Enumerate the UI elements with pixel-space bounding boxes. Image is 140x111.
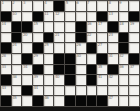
black-cell (54, 1, 64, 11)
clue-number: 20 (23, 33, 27, 37)
white-cell[interactable]: 8 (108, 1, 118, 11)
white-cell[interactable]: 27 (97, 43, 107, 53)
white-cell[interactable]: 24 (12, 43, 22, 53)
black-cell (1, 43, 11, 53)
black-cell (1, 12, 11, 22)
black-cell (119, 33, 129, 43)
clue-number: 30 (76, 54, 80, 58)
white-cell[interactable] (108, 43, 118, 53)
white-cell[interactable]: 22 (87, 33, 97, 43)
white-cell[interactable]: 9 (119, 1, 129, 11)
black-cell (97, 54, 107, 64)
white-cell[interactable] (22, 43, 32, 53)
white-cell[interactable]: 15 (33, 22, 43, 32)
white-cell[interactable] (33, 33, 43, 43)
clue-number: 5 (66, 1, 68, 5)
white-cell[interactable]: 26 (76, 43, 86, 53)
black-cell (129, 54, 139, 64)
white-cell[interactable]: 20 (22, 33, 32, 43)
white-cell[interactable]: 43 (1, 86, 11, 96)
black-cell (1, 96, 11, 106)
white-cell[interactable]: 37 (129, 65, 139, 75)
white-cell[interactable]: 11 (44, 12, 54, 22)
white-cell[interactable]: 31 (108, 54, 118, 64)
white-cell[interactable]: 7 (87, 1, 97, 11)
white-cell[interactable]: 6 (76, 1, 86, 11)
white-cell[interactable]: 23 (108, 33, 118, 43)
clue-number: 19 (130, 22, 134, 26)
white-cell[interactable] (97, 1, 107, 11)
black-cell (22, 54, 32, 64)
black-cell (65, 75, 75, 85)
clue-number: 29 (34, 54, 38, 58)
white-cell[interactable] (54, 96, 64, 106)
white-cell[interactable] (12, 86, 22, 96)
clue-number: 34 (23, 65, 27, 69)
clue-number: 24 (12, 43, 16, 47)
clue-number: 2 (12, 1, 14, 5)
white-cell[interactable]: 19 (129, 22, 139, 32)
clue-number: 26 (76, 43, 80, 47)
white-cell[interactable]: 4 (44, 1, 54, 11)
crossword-screenshot: 1234567891011121314151617181920212223242… (0, 0, 140, 111)
white-cell[interactable] (97, 33, 107, 43)
white-cell[interactable]: 32 (119, 54, 129, 64)
black-cell (108, 65, 118, 75)
white-cell[interactable] (129, 86, 139, 96)
white-cell[interactable]: 47 (108, 96, 118, 106)
white-cell[interactable]: 44 (33, 86, 43, 96)
clue-number: 22 (87, 33, 91, 37)
white-cell[interactable]: 41 (97, 75, 107, 85)
clue-number: 28 (2, 54, 6, 58)
white-cell[interactable]: 40 (54, 75, 64, 85)
clue-number: 39 (34, 75, 38, 79)
white-cell[interactable] (129, 96, 139, 106)
black-cell (54, 54, 64, 64)
black-cell (65, 65, 75, 75)
black-cell (97, 96, 107, 106)
white-cell[interactable] (129, 43, 139, 53)
clue-number: 31 (108, 54, 112, 58)
white-cell[interactable] (119, 75, 129, 85)
white-cell[interactable] (33, 1, 43, 11)
black-cell (33, 12, 43, 22)
clue-number: 43 (2, 86, 6, 90)
clue-number: 3 (23, 1, 25, 5)
white-cell[interactable]: 17 (97, 22, 107, 32)
clue-number: 35 (98, 65, 102, 69)
white-cell[interactable] (87, 54, 97, 64)
white-cell[interactable]: 18 (119, 22, 129, 32)
white-cell[interactable]: 10 (12, 12, 22, 22)
white-cell[interactable]: 45 (12, 96, 22, 106)
clue-number: 41 (98, 75, 102, 79)
white-cell[interactable] (65, 12, 75, 22)
black-cell (108, 22, 118, 32)
white-cell[interactable] (44, 22, 54, 32)
black-cell (87, 96, 97, 106)
white-cell[interactable]: 46 (44, 96, 54, 106)
white-cell[interactable] (129, 33, 139, 43)
clue-number: 8 (108, 1, 110, 5)
clue-number: 14 (2, 22, 6, 26)
white-cell[interactable]: 2 (12, 1, 22, 11)
white-cell[interactable]: 28 (1, 54, 11, 64)
black-cell (87, 75, 97, 85)
clue-number: 4 (44, 1, 46, 5)
clue-number: 15 (34, 22, 38, 26)
white-cell[interactable] (65, 33, 75, 43)
black-cell (22, 22, 32, 32)
white-cell[interactable] (97, 86, 107, 96)
white-cell[interactable]: 25 (44, 43, 54, 53)
clue-number: 40 (55, 75, 59, 79)
clue-number: 12 (55, 12, 59, 16)
black-cell (76, 33, 86, 43)
clue-number: 45 (12, 96, 16, 100)
white-cell[interactable]: 29 (33, 54, 43, 64)
white-cell[interactable]: 36 (119, 65, 129, 75)
black-cell (44, 33, 54, 43)
white-cell[interactable] (65, 86, 75, 96)
white-cell[interactable] (44, 54, 54, 64)
black-cell (54, 65, 64, 75)
crossword-grid: 1234567891011121314151617181920212223242… (0, 0, 140, 107)
clue-number: 27 (98, 43, 102, 47)
white-cell[interactable] (54, 86, 64, 96)
black-cell (119, 43, 129, 53)
white-cell[interactable]: 21 (54, 33, 64, 43)
clue-number: 25 (44, 43, 48, 47)
black-cell (87, 65, 97, 75)
white-cell[interactable] (87, 86, 97, 96)
black-cell (87, 43, 97, 53)
white-cell[interactable]: 13 (108, 12, 118, 22)
black-cell (22, 86, 32, 96)
black-cell (97, 12, 107, 22)
white-cell[interactable] (76, 86, 86, 96)
white-cell[interactable]: 14 (1, 22, 11, 32)
black-cell (33, 43, 43, 53)
white-cell[interactable]: 39 (33, 75, 43, 85)
white-cell[interactable]: 12 (54, 12, 64, 22)
clue-number: 32 (119, 54, 123, 58)
white-cell[interactable]: 38 (12, 75, 22, 85)
white-cell[interactable] (54, 22, 64, 32)
clue-number: 7 (87, 1, 89, 5)
white-cell[interactable] (12, 65, 22, 75)
clue-number: 33 (2, 65, 6, 69)
white-cell[interactable]: 1 (1, 1, 11, 11)
white-cell[interactable] (119, 96, 129, 106)
white-cell[interactable]: 5 (65, 1, 75, 11)
white-cell[interactable] (129, 75, 139, 85)
clue-number: 42 (108, 75, 112, 79)
white-cell[interactable] (65, 22, 75, 32)
black-cell (1, 75, 11, 85)
black-cell (33, 65, 43, 75)
black-cell (129, 12, 139, 22)
white-cell[interactable]: 3 (22, 1, 32, 11)
clue-number: 21 (55, 33, 59, 37)
page-shadow (0, 107, 140, 111)
clue-number: 11 (44, 12, 48, 16)
white-cell[interactable] (76, 65, 86, 75)
white-cell[interactable] (44, 75, 54, 85)
clue-number: 38 (12, 75, 16, 79)
white-cell[interactable]: 34 (22, 65, 32, 75)
black-cell (65, 96, 75, 106)
white-cell[interactable]: 42 (108, 75, 118, 85)
black-cell (12, 33, 22, 43)
white-cell[interactable] (65, 43, 75, 53)
white-cell[interactable] (22, 96, 32, 106)
white-cell[interactable] (129, 1, 139, 11)
white-cell[interactable] (22, 75, 32, 85)
white-cell[interactable] (54, 43, 64, 53)
black-cell (76, 22, 86, 32)
clue-number: 6 (76, 1, 78, 5)
white-cell[interactable] (119, 12, 129, 22)
white-cell[interactable] (119, 86, 129, 96)
clue-number: 18 (119, 22, 123, 26)
clue-number: 23 (108, 33, 112, 37)
black-cell (33, 96, 43, 106)
white-cell[interactable] (76, 75, 86, 85)
white-cell[interactable] (76, 12, 86, 22)
white-cell[interactable]: 30 (76, 54, 86, 64)
clue-number: 44 (34, 86, 38, 90)
clue-number: 47 (108, 96, 112, 100)
white-cell[interactable]: 35 (97, 65, 107, 75)
white-cell[interactable]: 16 (87, 22, 97, 32)
clue-number: 17 (98, 22, 102, 26)
white-cell[interactable] (12, 54, 22, 64)
clue-number: 36 (119, 65, 123, 69)
white-cell[interactable] (1, 33, 11, 43)
clue-number: 10 (12, 12, 16, 16)
black-cell (12, 22, 22, 32)
clue-number: 37 (130, 65, 134, 69)
white-cell[interactable] (87, 12, 97, 22)
white-cell[interactable] (108, 86, 118, 96)
clue-number: 1 (2, 1, 4, 5)
white-cell[interactable] (44, 86, 54, 96)
white-cell[interactable] (44, 65, 54, 75)
black-cell (65, 54, 75, 64)
black-cell (76, 96, 86, 106)
clue-number: 46 (44, 96, 48, 100)
clue-number: 16 (87, 22, 91, 26)
white-cell[interactable]: 33 (1, 65, 11, 75)
white-cell[interactable] (22, 12, 32, 22)
clue-number: 9 (119, 1, 121, 5)
clue-number: 13 (108, 12, 112, 16)
